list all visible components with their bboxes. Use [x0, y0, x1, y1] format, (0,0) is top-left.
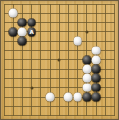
black-stone — [18, 37, 27, 46]
go-board[interactable]: A — [0, 0, 119, 120]
black-stone — [82, 93, 91, 102]
white-stone — [82, 74, 91, 83]
white-stone — [73, 37, 82, 46]
white-stone — [82, 83, 91, 92]
black-stone — [82, 55, 91, 64]
hoshi-point — [58, 58, 61, 61]
black-stone — [92, 83, 101, 92]
grid-line-horizontal — [4, 115, 115, 116]
white-stone — [92, 46, 101, 55]
hoshi-point — [30, 86, 33, 89]
white-stone — [64, 93, 73, 102]
black-stone — [92, 65, 101, 74]
black-stone — [18, 18, 27, 27]
white-stone — [46, 93, 55, 102]
stone-label-A: A — [29, 29, 33, 35]
black-stone — [9, 27, 18, 36]
hoshi-point — [85, 30, 88, 33]
go-board-grid[interactable]: A — [0, 0, 119, 120]
black-stone — [92, 93, 101, 102]
grid-line-vertical — [105, 4, 106, 117]
white-stone — [82, 65, 91, 74]
white-stone — [18, 27, 27, 36]
black-stone — [92, 74, 101, 83]
grid-line-horizontal — [4, 106, 115, 107]
white-stone — [73, 93, 82, 102]
white-stone — [92, 55, 101, 64]
white-stone — [9, 9, 18, 18]
black-stone — [27, 18, 36, 27]
black-stone: A — [27, 27, 36, 36]
grid-line-vertical — [114, 4, 115, 117]
